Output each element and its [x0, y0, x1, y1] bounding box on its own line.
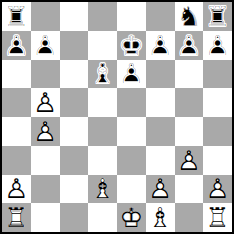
- square-f1[interactable]: ♝♗: [146, 203, 175, 232]
- square-h3[interactable]: [203, 146, 232, 175]
- square-f5[interactable]: [146, 88, 175, 117]
- square-c3[interactable]: [60, 146, 89, 175]
- black-rook[interactable]: ♜♖: [2, 2, 31, 31]
- square-e1[interactable]: ♚♔: [117, 203, 146, 232]
- black-pawn[interactable]: ♟♙: [175, 31, 204, 60]
- white-pawn[interactable]: ♟♙: [175, 146, 204, 175]
- square-g1[interactable]: [175, 203, 204, 232]
- square-d6[interactable]: ♝♗: [88, 60, 117, 89]
- white-bishop[interactable]: ♝♗: [146, 203, 175, 232]
- square-b5[interactable]: ♟♙: [31, 88, 60, 117]
- square-b3[interactable]: [31, 146, 60, 175]
- white-pawn[interactable]: ♟♙: [31, 88, 60, 117]
- square-e4[interactable]: [117, 117, 146, 146]
- square-h1[interactable]: ♜♖: [203, 203, 232, 232]
- white-rook[interactable]: ♜♖: [2, 203, 31, 232]
- square-g2[interactable]: [175, 175, 204, 204]
- black-pawn[interactable]: ♟♙: [203, 31, 232, 60]
- black-pawn[interactable]: ♟♙: [117, 60, 146, 89]
- white-rook[interactable]: ♜♖: [203, 203, 232, 232]
- square-c1[interactable]: [60, 203, 89, 232]
- square-d7[interactable]: [88, 31, 117, 60]
- square-a3[interactable]: [2, 146, 31, 175]
- square-e8[interactable]: [117, 2, 146, 31]
- black-knight[interactable]: ♞♘: [175, 2, 204, 31]
- square-g3[interactable]: ♟♙: [175, 146, 204, 175]
- square-g4[interactable]: [175, 117, 204, 146]
- square-e7[interactable]: ♚♔: [117, 31, 146, 60]
- square-d5[interactable]: [88, 88, 117, 117]
- square-f3[interactable]: [146, 146, 175, 175]
- square-c7[interactable]: [60, 31, 89, 60]
- square-f4[interactable]: [146, 117, 175, 146]
- square-f8[interactable]: [146, 2, 175, 31]
- black-pawn[interactable]: ♟♙: [2, 31, 31, 60]
- square-f2[interactable]: ♟♙: [146, 175, 175, 204]
- square-d2[interactable]: ♝♗: [88, 175, 117, 204]
- white-pawn[interactable]: ♟♙: [203, 175, 232, 204]
- black-pawn[interactable]: ♟♙: [146, 31, 175, 60]
- white-king[interactable]: ♚♔: [117, 203, 146, 232]
- square-h2[interactable]: ♟♙: [203, 175, 232, 204]
- square-f6[interactable]: [146, 60, 175, 89]
- square-b1[interactable]: [31, 203, 60, 232]
- square-a1[interactable]: ♜♖: [2, 203, 31, 232]
- square-h7[interactable]: ♟♙: [203, 31, 232, 60]
- white-pawn[interactable]: ♟♙: [2, 175, 31, 204]
- square-e3[interactable]: [117, 146, 146, 175]
- square-b2[interactable]: [31, 175, 60, 204]
- black-rook[interactable]: ♜♖: [203, 2, 232, 31]
- white-bishop[interactable]: ♝♗: [88, 175, 117, 204]
- square-g8[interactable]: ♞♘: [175, 2, 204, 31]
- square-a6[interactable]: [2, 60, 31, 89]
- square-a4[interactable]: [2, 117, 31, 146]
- square-b7[interactable]: ♟♙: [31, 31, 60, 60]
- square-e2[interactable]: [117, 175, 146, 204]
- square-a8[interactable]: ♜♖: [2, 2, 31, 31]
- square-a7[interactable]: ♟♙: [2, 31, 31, 60]
- white-pawn[interactable]: ♟♙: [146, 175, 175, 204]
- white-pawn[interactable]: ♟♙: [31, 117, 60, 146]
- square-a2[interactable]: ♟♙: [2, 175, 31, 204]
- black-king[interactable]: ♚♔: [117, 31, 146, 60]
- square-d3[interactable]: [88, 146, 117, 175]
- square-e6[interactable]: ♟♙: [117, 60, 146, 89]
- square-b6[interactable]: [31, 60, 60, 89]
- square-g6[interactable]: [175, 60, 204, 89]
- black-pawn[interactable]: ♟♙: [31, 31, 60, 60]
- chess-board: ♜♖♞♘♜♖♟♙♟♙♚♔♟♙♟♙♟♙♝♗♟♙♟♙♟♙♟♙♟♙♝♗♟♙♟♙♜♖♚♔…: [0, 0, 234, 234]
- square-c4[interactable]: [60, 117, 89, 146]
- square-g7[interactable]: ♟♙: [175, 31, 204, 60]
- square-f7[interactable]: ♟♙: [146, 31, 175, 60]
- square-e5[interactable]: [117, 88, 146, 117]
- square-h5[interactable]: [203, 88, 232, 117]
- square-h4[interactable]: [203, 117, 232, 146]
- square-h6[interactable]: [203, 60, 232, 89]
- square-h8[interactable]: ♜♖: [203, 2, 232, 31]
- square-a5[interactable]: [2, 88, 31, 117]
- square-d1[interactable]: [88, 203, 117, 232]
- square-b4[interactable]: ♟♙: [31, 117, 60, 146]
- square-c5[interactable]: [60, 88, 89, 117]
- black-bishop[interactable]: ♝♗: [88, 60, 117, 89]
- square-d4[interactable]: [88, 117, 117, 146]
- square-c6[interactable]: [60, 60, 89, 89]
- square-c8[interactable]: [60, 2, 89, 31]
- square-d8[interactable]: [88, 2, 117, 31]
- square-b8[interactable]: [31, 2, 60, 31]
- square-g5[interactable]: [175, 88, 204, 117]
- square-c2[interactable]: [60, 175, 89, 204]
